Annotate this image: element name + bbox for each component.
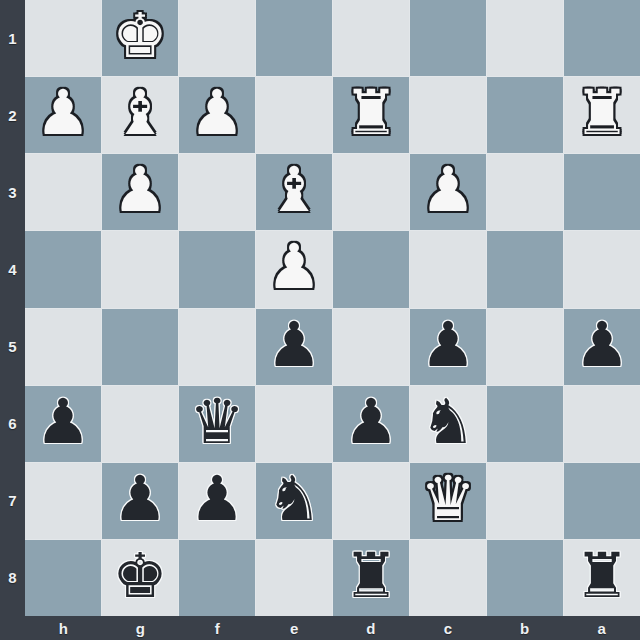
- square-a7[interactable]: [564, 463, 640, 539]
- square-e5[interactable]: ♟: [256, 309, 332, 385]
- square-a1[interactable]: [564, 0, 640, 76]
- square-h5[interactable]: [25, 309, 101, 385]
- white-pawn-icon: ♟: [420, 159, 476, 221]
- square-h1[interactable]: [25, 0, 101, 76]
- rank-labels: 12345678: [0, 0, 25, 616]
- square-f4[interactable]: [179, 231, 255, 307]
- white-pawn-icon: ♟: [189, 82, 245, 144]
- file-label-a: a: [563, 616, 640, 640]
- file-label-h: h: [25, 616, 102, 640]
- square-c5[interactable]: ♟: [410, 309, 486, 385]
- file-label-b: b: [486, 616, 563, 640]
- rank-label-2: 2: [0, 77, 25, 154]
- square-h4[interactable]: [25, 231, 101, 307]
- square-a5[interactable]: ♟: [564, 309, 640, 385]
- square-h2[interactable]: ♟: [25, 77, 101, 153]
- square-g8[interactable]: ♚: [102, 540, 178, 616]
- black-king-icon: ♚: [112, 545, 168, 607]
- square-d1[interactable]: [333, 0, 409, 76]
- rank-label-4: 4: [0, 231, 25, 308]
- square-h6[interactable]: ♟: [25, 386, 101, 462]
- square-e3[interactable]: ♝: [256, 154, 332, 230]
- file-label-e: e: [256, 616, 333, 640]
- square-a6[interactable]: [564, 386, 640, 462]
- square-a8[interactable]: ♜: [564, 540, 640, 616]
- square-c4[interactable]: [410, 231, 486, 307]
- square-d7[interactable]: [333, 463, 409, 539]
- rank-label-5: 5: [0, 308, 25, 385]
- square-d2[interactable]: ♜: [333, 77, 409, 153]
- square-c3[interactable]: ♟: [410, 154, 486, 230]
- black-pawn-icon: ♟: [112, 468, 168, 530]
- white-queen-icon: ♛: [420, 468, 476, 530]
- white-pawn-icon: ♟: [112, 159, 168, 221]
- square-h3[interactable]: [25, 154, 101, 230]
- square-e4[interactable]: ♟: [256, 231, 332, 307]
- black-pawn-icon: ♟: [343, 391, 399, 453]
- square-e2[interactable]: [256, 77, 332, 153]
- file-label-c: c: [409, 616, 486, 640]
- square-f3[interactable]: [179, 154, 255, 230]
- square-b5[interactable]: [487, 309, 563, 385]
- white-rook-icon: ♜: [574, 82, 630, 144]
- square-b4[interactable]: [487, 231, 563, 307]
- black-pawn-icon: ♟: [189, 468, 245, 530]
- chess-board: ♚♟♝♟♜♜♟♝♟♟♟♟♟♟♛♟♞♟♟♞♛♚♜♜: [25, 0, 640, 616]
- square-g2[interactable]: ♝: [102, 77, 178, 153]
- square-b6[interactable]: [487, 386, 563, 462]
- rank-label-3: 3: [0, 154, 25, 231]
- rank-label-7: 7: [0, 462, 25, 539]
- square-h7[interactable]: [25, 463, 101, 539]
- white-bishop-icon: ♝: [112, 82, 168, 144]
- white-king-icon: ♚: [112, 5, 168, 67]
- square-f5[interactable]: [179, 309, 255, 385]
- square-d3[interactable]: [333, 154, 409, 230]
- square-f6[interactable]: ♛: [179, 386, 255, 462]
- square-f2[interactable]: ♟: [179, 77, 255, 153]
- square-f1[interactable]: [179, 0, 255, 76]
- square-d5[interactable]: [333, 309, 409, 385]
- square-b2[interactable]: [487, 77, 563, 153]
- black-pawn-icon: ♟: [574, 314, 630, 376]
- rank-label-8: 8: [0, 539, 25, 616]
- rank-label-1: 1: [0, 0, 25, 77]
- square-f8[interactable]: [179, 540, 255, 616]
- square-e7[interactable]: ♞: [256, 463, 332, 539]
- black-knight-icon: ♞: [266, 468, 322, 530]
- square-c2[interactable]: [410, 77, 486, 153]
- file-label-d: d: [333, 616, 410, 640]
- square-g4[interactable]: [102, 231, 178, 307]
- square-d6[interactable]: ♟: [333, 386, 409, 462]
- square-d4[interactable]: [333, 231, 409, 307]
- square-d8[interactable]: ♜: [333, 540, 409, 616]
- white-rook-icon: ♜: [343, 82, 399, 144]
- square-e6[interactable]: [256, 386, 332, 462]
- square-b7[interactable]: [487, 463, 563, 539]
- black-rook-icon: ♜: [574, 545, 630, 607]
- square-a2[interactable]: ♜: [564, 77, 640, 153]
- square-c1[interactable]: [410, 0, 486, 76]
- square-b3[interactable]: [487, 154, 563, 230]
- square-c7[interactable]: ♛: [410, 463, 486, 539]
- square-c6[interactable]: ♞: [410, 386, 486, 462]
- square-e1[interactable]: [256, 0, 332, 76]
- chess-app: 12345678 ♚♟♝♟♜♜♟♝♟♟♟♟♟♟♛♟♞♟♟♞♛♚♜♜ hgfedc…: [0, 0, 640, 640]
- square-g6[interactable]: [102, 386, 178, 462]
- white-bishop-icon: ♝: [266, 159, 322, 221]
- black-pawn-icon: ♟: [266, 314, 322, 376]
- black-pawn-icon: ♟: [35, 391, 91, 453]
- square-h8[interactable]: [25, 540, 101, 616]
- square-g1[interactable]: ♚: [102, 0, 178, 76]
- square-a4[interactable]: [564, 231, 640, 307]
- square-a3[interactable]: [564, 154, 640, 230]
- rank-label-6: 6: [0, 385, 25, 462]
- square-g5[interactable]: [102, 309, 178, 385]
- file-label-g: g: [102, 616, 179, 640]
- square-g3[interactable]: ♟: [102, 154, 178, 230]
- black-queen-icon: ♛: [189, 391, 245, 453]
- square-b8[interactable]: [487, 540, 563, 616]
- white-pawn-icon: ♟: [266, 236, 322, 298]
- black-pawn-icon: ♟: [420, 314, 476, 376]
- black-knight-icon: ♞: [420, 391, 476, 453]
- file-label-f: f: [179, 616, 256, 640]
- file-labels: hgfedcba: [25, 616, 640, 640]
- square-f7[interactable]: ♟: [179, 463, 255, 539]
- black-rook-icon: ♜: [343, 545, 399, 607]
- square-e8[interactable]: [256, 540, 332, 616]
- square-b1[interactable]: [487, 0, 563, 76]
- square-c8[interactable]: [410, 540, 486, 616]
- square-g7[interactable]: ♟: [102, 463, 178, 539]
- white-pawn-icon: ♟: [35, 82, 91, 144]
